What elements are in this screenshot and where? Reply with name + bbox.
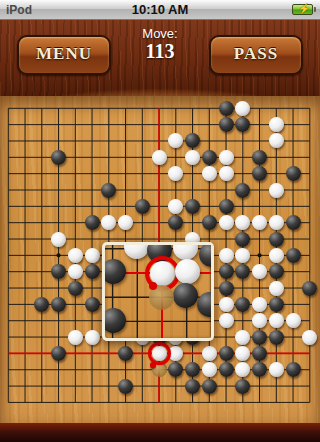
black-stone xyxy=(219,117,234,132)
white-stone xyxy=(286,313,301,328)
white-stone xyxy=(219,215,234,230)
black-stone xyxy=(219,362,234,377)
black-stone xyxy=(269,232,284,247)
black-stone xyxy=(185,199,200,214)
white-stone xyxy=(68,264,83,279)
magnified-black-stone xyxy=(173,283,198,308)
black-stone xyxy=(286,215,301,230)
white-stone xyxy=(219,248,234,263)
black-stone xyxy=(85,264,100,279)
black-stone xyxy=(202,379,217,394)
black-stone xyxy=(219,346,234,361)
black-stone xyxy=(302,281,317,296)
white-stone xyxy=(152,150,167,165)
white-stone xyxy=(269,117,284,132)
black-stone xyxy=(219,264,234,279)
black-stone xyxy=(286,166,301,181)
game-header: MENU Move: 113 PASS xyxy=(0,20,320,96)
status-bar: iPod 10:10 AM ⚡ xyxy=(0,0,320,20)
white-stone xyxy=(219,297,234,312)
white-stone xyxy=(202,346,217,361)
black-stone xyxy=(235,232,250,247)
white-stone xyxy=(185,150,200,165)
white-stone xyxy=(235,330,250,345)
white-stone xyxy=(68,248,83,263)
white-stone xyxy=(235,101,250,116)
black-stone xyxy=(269,330,284,345)
clock-label: 10:10 AM xyxy=(0,2,320,17)
black-stone xyxy=(202,150,217,165)
white-stone xyxy=(269,215,284,230)
black-stone xyxy=(219,199,234,214)
black-stone xyxy=(135,199,150,214)
white-stone xyxy=(269,362,284,377)
black-stone xyxy=(235,183,250,198)
white-stone xyxy=(269,313,284,328)
white-stone xyxy=(219,313,234,328)
black-stone xyxy=(252,346,267,361)
magnified-black-stone xyxy=(105,308,126,333)
white-stone xyxy=(269,281,284,296)
black-stone xyxy=(219,101,234,116)
black-stone xyxy=(185,379,200,394)
white-stone xyxy=(85,248,100,263)
white-stone xyxy=(302,330,317,345)
black-stone xyxy=(269,297,284,312)
white-stone xyxy=(85,330,100,345)
black-stone xyxy=(85,215,100,230)
black-stone xyxy=(51,297,66,312)
black-stone xyxy=(219,281,234,296)
go-board[interactable]: Playtform xyxy=(0,96,320,425)
black-stone xyxy=(118,346,133,361)
go-app-screen: iPod 10:10 AM ⚡ MENU Move: 113 PASS Play… xyxy=(0,0,320,442)
magnified-white-stone xyxy=(175,259,200,284)
pass-button[interactable]: PASS xyxy=(209,35,303,75)
white-stone xyxy=(202,362,217,377)
magnified-red-dot xyxy=(149,282,157,290)
black-stone xyxy=(118,379,133,394)
black-stone xyxy=(286,248,301,263)
battery-charging-icon: ⚡ xyxy=(292,4,316,15)
black-stone xyxy=(68,281,83,296)
black-stone xyxy=(252,150,267,165)
battery-tip xyxy=(314,7,316,12)
white-stone xyxy=(252,297,267,312)
black-stone xyxy=(202,215,217,230)
black-stone xyxy=(85,297,100,312)
magnifier-loupe xyxy=(102,242,214,341)
magnified-black-stone xyxy=(105,259,126,284)
black-stone xyxy=(252,330,267,345)
footer-bar: www.playtform.net xyxy=(0,423,320,442)
white-stone xyxy=(202,166,217,181)
white-stone xyxy=(51,232,66,247)
white-stone xyxy=(269,248,284,263)
black-stone xyxy=(51,150,66,165)
black-stone xyxy=(286,362,301,377)
black-stone xyxy=(269,264,284,279)
white-stone xyxy=(219,150,234,165)
black-stone xyxy=(235,379,250,394)
black-stone xyxy=(101,183,116,198)
white-stone xyxy=(219,166,234,181)
charging-bolt-icon: ⚡ xyxy=(298,3,310,14)
white-stone xyxy=(269,183,284,198)
magnifier-content xyxy=(105,245,211,338)
capture-red-dot xyxy=(150,362,156,368)
black-stone xyxy=(51,346,66,361)
white-stone xyxy=(68,330,83,345)
